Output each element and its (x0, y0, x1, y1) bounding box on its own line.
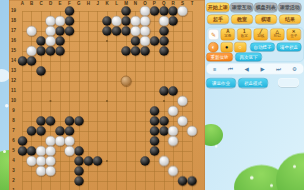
black-stone (178, 176, 188, 186)
white-stone (140, 16, 151, 27)
black-stone (65, 26, 75, 36)
mark-tool-button[interactable]: △ 标记 (270, 29, 285, 41)
snow-dot (3, 150, 6, 153)
column-label: E (59, 1, 62, 6)
board-mode-pill[interactable]: 棋盘模式 (238, 78, 268, 88)
settings-icon[interactable]: ⚙ (290, 64, 300, 75)
number-tool-button[interactable]: 1 数字 (237, 29, 252, 41)
half-stone-icon: ◐ (212, 44, 215, 50)
black-stone (27, 56, 37, 66)
white-stone (159, 16, 170, 27)
column-label: J (96, 1, 99, 6)
row-label: 8 (12, 119, 15, 124)
board-list-button[interactable]: 棋盘列表 (254, 3, 278, 13)
disabled-pill (278, 78, 299, 87)
black-stone (74, 156, 84, 166)
stone-toggle-button[interactable]: ◐ (208, 42, 219, 53)
black-stone (150, 116, 160, 126)
remove-stone-tool-button[interactable]: ✕ 去子 (287, 29, 302, 41)
row-label: 18 (11, 19, 16, 24)
black-stone (18, 136, 28, 146)
snow-dot (5, 104, 9, 108)
column-label: D (49, 1, 52, 6)
row-label: 17 (11, 29, 16, 34)
row-label: 1 (12, 189, 15, 190)
pencil-icon: ✎ (211, 31, 216, 38)
white-stone (111, 16, 122, 27)
black-stone (36, 46, 46, 56)
row-label: 5 (12, 149, 15, 154)
black-stone (55, 26, 65, 36)
row-label: 11 (11, 89, 16, 94)
row-label: 4 (12, 159, 15, 164)
column-label: H (87, 1, 90, 6)
black-stone (74, 116, 84, 126)
black-stone (36, 116, 46, 126)
white-stone-icon: ○ (239, 44, 242, 50)
black-stone (36, 126, 46, 136)
go-board[interactable]: ABCDEFGHJKLMNOPQRST191817161514131211109… (9, 0, 205, 190)
column-label: Q (162, 1, 166, 6)
black-stone (65, 116, 75, 126)
black-stone (36, 66, 46, 76)
white-stone (187, 126, 198, 137)
row2-button-1[interactable]: 起手 (207, 15, 229, 25)
white-stone (45, 156, 56, 167)
white-stone (159, 156, 170, 167)
black-stone (65, 126, 75, 136)
black-stone (150, 126, 160, 136)
column-label: B (30, 1, 33, 6)
black-stone (159, 26, 169, 36)
replay-move-pill[interactable]: 再次落下 (235, 53, 262, 62)
white-stone (45, 146, 56, 157)
black-stone (65, 16, 75, 26)
snow-dot (293, 165, 296, 168)
white-stone-button[interactable]: ○ (234, 42, 247, 53)
black-stone (168, 16, 178, 26)
snow-dot (215, 145, 218, 148)
column-label: R (172, 1, 175, 6)
grid-line (22, 71, 192, 72)
white-stone (140, 26, 151, 37)
clear-board-pill[interactable]: 清空棋盘 (277, 43, 302, 52)
black-stone-icon: ● (225, 44, 228, 50)
column-label: F (68, 1, 71, 6)
last-move-icon[interactable]: ⏭ (274, 64, 284, 75)
column-label: N (134, 1, 137, 6)
star-point (50, 100, 52, 102)
row-label: 6 (12, 139, 15, 144)
black-stone (74, 176, 84, 186)
first-move-icon[interactable]: ⏮ (226, 64, 236, 75)
white-stone (177, 96, 188, 107)
letter-tool-label: 字母 (222, 34, 234, 38)
black-stone (150, 146, 160, 156)
black-stone (140, 156, 150, 166)
black-stone (140, 46, 150, 56)
black-stone (131, 46, 141, 56)
row-label: 15 (11, 49, 16, 54)
grid-line (22, 61, 192, 62)
row-label: 19 (11, 9, 16, 14)
mark-tool-label: 标记 (271, 34, 283, 38)
line-tool-label: 划线 (255, 34, 267, 38)
column-label: T (191, 1, 194, 6)
white-stone (140, 36, 151, 47)
white-stone (45, 166, 56, 177)
start-class-button[interactable]: 开始上课 (206, 3, 230, 13)
column-label: L (115, 1, 118, 6)
white-stone (177, 6, 188, 17)
row-label: 9 (12, 109, 15, 114)
black-stone (27, 126, 37, 136)
snow-dot (270, 184, 273, 187)
row-label: 12 (11, 79, 16, 84)
black-stone-button[interactable]: ● (221, 42, 234, 53)
homework-pill[interactable]: 课堂作业 (206, 78, 236, 88)
row-label: 10 (11, 99, 16, 104)
white-stone (168, 126, 179, 137)
black-stone (159, 86, 169, 96)
black-stone (18, 56, 28, 66)
grid-line (22, 111, 192, 112)
grid-line (22, 81, 192, 82)
row-label: 3 (12, 169, 15, 174)
white-stone (55, 16, 66, 27)
black-stone (18, 146, 28, 156)
star-point (106, 160, 108, 162)
black-stone (187, 176, 197, 186)
white-stone (168, 166, 179, 177)
star-point (106, 100, 108, 102)
black-stone (93, 156, 103, 166)
white-stone (168, 136, 179, 147)
next-move-icon[interactable]: ▶ (258, 64, 268, 75)
black-stone (150, 36, 160, 46)
black-stone (150, 136, 160, 146)
number-tool-label: 数字 (238, 34, 250, 38)
black-stone (84, 156, 94, 166)
row-label: 14 (11, 59, 16, 64)
white-stone (168, 106, 179, 117)
grid-line (22, 181, 192, 182)
auto-capture-pill[interactable]: 自动提子 (250, 43, 275, 52)
white-stone (64, 136, 75, 147)
white-stone (177, 116, 188, 127)
black-stone (121, 46, 131, 56)
row2-button-2[interactable]: 教室 (231, 15, 253, 25)
app-window: ABCDEFGHJKLMNOPQRST191817161514131211109… (0, 0, 304, 190)
row-label: 16 (11, 39, 16, 44)
black-stone (74, 166, 84, 176)
snow-dot (250, 176, 254, 180)
column-label: P (153, 1, 156, 6)
column-label: A (21, 1, 24, 6)
white-stone (26, 26, 37, 37)
column-label: C (40, 1, 43, 6)
black-stone (102, 26, 112, 36)
star-point (106, 40, 108, 42)
black-stone (46, 46, 56, 56)
menu-icon[interactable]: ≡ (210, 64, 220, 75)
black-stone (150, 6, 160, 16)
black-stone (159, 116, 169, 126)
column-label: K (106, 1, 109, 6)
grid-line (192, 11, 193, 190)
black-stone (65, 6, 75, 16)
black-stone (159, 46, 169, 56)
white-stone (64, 146, 75, 157)
row-label: 2 (12, 179, 15, 184)
class-activity-button[interactable]: 课堂活动 (278, 3, 302, 13)
letter-tool-button[interactable]: A 字母 (221, 29, 236, 41)
row-label: 13 (11, 69, 16, 74)
prev-move-icon[interactable]: ◀ (242, 64, 252, 75)
row-label: 7 (12, 129, 15, 134)
pencil-tool-button[interactable]: ✎ (208, 29, 219, 40)
row2-button-3[interactable]: 棋谱 (255, 15, 277, 25)
black-stone (55, 126, 65, 136)
row2-button-4[interactable]: 结果 (279, 15, 301, 25)
column-label: M (124, 1, 128, 6)
white-stone (26, 46, 37, 57)
column-label: G (77, 1, 81, 6)
move-navigation-bar: ≡ ⏮ ◀ ▶ ⏭ ⚙ (206, 63, 304, 75)
class-interact-button[interactable]: 课堂互动 (230, 3, 254, 13)
reset-position-pill[interactable]: 重新摆放 (206, 53, 233, 62)
black-stone (112, 26, 122, 36)
white-stone (45, 26, 56, 37)
black-stone (55, 36, 65, 46)
star-point (163, 100, 165, 102)
white-stone (45, 36, 56, 47)
black-stone (159, 36, 169, 46)
black-stone (150, 106, 160, 116)
black-stone (168, 86, 178, 96)
line-tool-button[interactable]: ╱ 划线 (254, 29, 269, 41)
black-stone (74, 146, 84, 156)
hill-bottom-right-2 (276, 153, 304, 190)
black-stone (46, 116, 56, 126)
black-stone (55, 46, 65, 56)
black-stone (159, 6, 169, 16)
marker-stone (121, 76, 132, 87)
black-stone (121, 6, 131, 16)
white-stone (140, 6, 151, 17)
remove-stone-label: 去子 (288, 34, 300, 38)
